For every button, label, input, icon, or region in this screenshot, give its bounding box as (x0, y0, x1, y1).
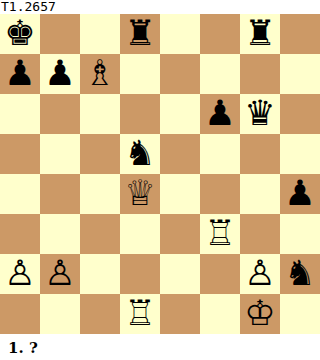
square-g6[interactable]: ♛ (240, 94, 280, 134)
square-a7[interactable]: ♟ (0, 54, 40, 94)
square-h6[interactable] (280, 94, 320, 134)
white-king-piece: ♔ (244, 294, 275, 333)
square-b5[interactable] (40, 134, 80, 174)
square-c8[interactable] (80, 14, 120, 54)
square-c6[interactable] (80, 94, 120, 134)
square-d7[interactable] (120, 54, 160, 94)
square-e8[interactable] (160, 14, 200, 54)
square-d5[interactable]: ♞ (120, 134, 160, 174)
square-c4[interactable] (80, 174, 120, 214)
square-h7[interactable] (280, 54, 320, 94)
square-d2[interactable] (120, 254, 160, 294)
white-pawn-piece: ♙ (44, 254, 75, 293)
square-e1[interactable] (160, 294, 200, 334)
chess-board: ♚♜♜♟♟♗♟♛♞♕♟♖♙♙♙♞♖♔ (0, 14, 320, 334)
square-b8[interactable] (40, 14, 80, 54)
square-b4[interactable] (40, 174, 80, 214)
square-e3[interactable] (160, 214, 200, 254)
square-h8[interactable] (280, 14, 320, 54)
black-rook-piece: ♜ (124, 14, 155, 53)
square-e2[interactable] (160, 254, 200, 294)
black-king-piece: ♚ (4, 14, 35, 53)
square-f4[interactable] (200, 174, 240, 214)
square-b7[interactable]: ♟ (40, 54, 80, 94)
square-c3[interactable] (80, 214, 120, 254)
square-h5[interactable] (280, 134, 320, 174)
white-rook-piece: ♖ (124, 294, 155, 333)
square-f7[interactable] (200, 54, 240, 94)
square-h4[interactable]: ♟ (280, 174, 320, 214)
black-pawn-piece: ♟ (284, 174, 315, 213)
square-h1[interactable] (280, 294, 320, 334)
white-pawn-piece: ♙ (244, 254, 275, 293)
square-g1[interactable]: ♔ (240, 294, 280, 334)
square-c1[interactable] (80, 294, 120, 334)
black-knight-piece: ♞ (284, 254, 315, 293)
square-b3[interactable] (40, 214, 80, 254)
white-queen-piece: ♕ (124, 174, 155, 213)
square-b6[interactable] (40, 94, 80, 134)
square-e6[interactable] (160, 94, 200, 134)
black-rook-piece: ♜ (244, 14, 275, 53)
square-f6[interactable]: ♟ (200, 94, 240, 134)
puzzle-id: T1.2657 (0, 0, 320, 14)
move-prompt: 1. ? (0, 334, 320, 360)
square-e5[interactable] (160, 134, 200, 174)
square-f3[interactable]: ♖ (200, 214, 240, 254)
black-queen-piece: ♛ (244, 94, 275, 133)
black-pawn-piece: ♟ (44, 54, 75, 93)
square-a5[interactable] (0, 134, 40, 174)
black-knight-piece: ♞ (124, 134, 155, 173)
square-a4[interactable] (0, 174, 40, 214)
square-f1[interactable] (200, 294, 240, 334)
black-pawn-piece: ♟ (204, 94, 235, 133)
square-g2[interactable]: ♙ (240, 254, 280, 294)
square-a3[interactable] (0, 214, 40, 254)
square-c2[interactable] (80, 254, 120, 294)
square-g3[interactable] (240, 214, 280, 254)
square-c5[interactable] (80, 134, 120, 174)
square-h3[interactable] (280, 214, 320, 254)
square-d8[interactable]: ♜ (120, 14, 160, 54)
square-a8[interactable]: ♚ (0, 14, 40, 54)
white-rook-piece: ♖ (204, 214, 235, 253)
square-e4[interactable] (160, 174, 200, 214)
square-g5[interactable] (240, 134, 280, 174)
square-a6[interactable] (0, 94, 40, 134)
square-f8[interactable] (200, 14, 240, 54)
white-bishop-piece: ♗ (84, 54, 115, 93)
square-d1[interactable]: ♖ (120, 294, 160, 334)
square-e7[interactable] (160, 54, 200, 94)
square-d3[interactable] (120, 214, 160, 254)
square-f2[interactable] (200, 254, 240, 294)
square-b1[interactable] (40, 294, 80, 334)
white-pawn-piece: ♙ (4, 254, 35, 293)
square-g4[interactable] (240, 174, 280, 214)
chess-puzzle-window: T1.2657 ♚♜♜♟♟♗♟♛♞♕♟♖♙♙♙♞♖♔ 1. ? (0, 0, 320, 360)
square-g8[interactable]: ♜ (240, 14, 280, 54)
square-d6[interactable] (120, 94, 160, 134)
square-b2[interactable]: ♙ (40, 254, 80, 294)
square-g7[interactable] (240, 54, 280, 94)
square-c7[interactable]: ♗ (80, 54, 120, 94)
square-h2[interactable]: ♞ (280, 254, 320, 294)
black-pawn-piece: ♟ (4, 54, 35, 93)
square-a2[interactable]: ♙ (0, 254, 40, 294)
square-f5[interactable] (200, 134, 240, 174)
square-d4[interactable]: ♕ (120, 174, 160, 214)
square-a1[interactable] (0, 294, 40, 334)
